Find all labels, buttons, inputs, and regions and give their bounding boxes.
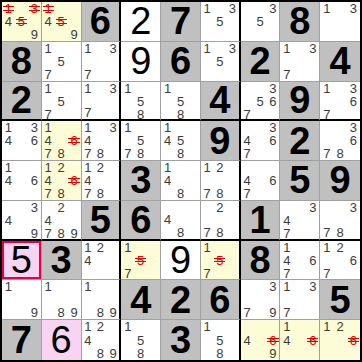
candidate: 7 <box>204 187 211 200</box>
cell-r1c5[interactable]: 7 <box>161 2 201 42</box>
candidate-slot: 8 <box>134 108 147 121</box>
cell-r9c4[interactable]: 158 <box>121 320 161 360</box>
candidate: 1 <box>283 42 290 55</box>
cell-r2c8[interactable]: 137 <box>280 42 320 82</box>
candidate: 9 <box>70 227 77 240</box>
cell-r9c5[interactable]: 3 <box>161 320 201 360</box>
candidate: 3 <box>350 2 357 15</box>
candidate: 3 <box>31 201 38 214</box>
struck-candidate: 6 <box>350 334 357 347</box>
candidate: 1 <box>323 320 330 333</box>
candidate: 4 <box>164 134 171 147</box>
cell-r4c8[interactable]: 2 <box>280 121 320 161</box>
candidate: 4 <box>283 334 290 347</box>
cell-r3c7[interactable]: 3567 <box>241 82 281 122</box>
cell-r5c7[interactable]: 467 <box>241 161 281 201</box>
cell-r8c1[interactable]: 19 <box>2 280 42 320</box>
candidate-slot: 6 <box>28 134 41 147</box>
candidate-slot: 1 <box>82 82 95 95</box>
candidate-slot: 6 <box>68 174 81 187</box>
candidate-slot: 7 <box>82 187 95 200</box>
candidate: 8 <box>97 306 104 319</box>
candidate: 5 <box>256 15 263 28</box>
candidate: 1 <box>283 241 290 254</box>
cell-r3c8[interactable]: 9 <box>280 82 320 122</box>
candidate-slot: 3 <box>28 201 41 214</box>
cell-r5c6[interactable]: 1278 <box>201 161 241 201</box>
candidate-slot: 5 <box>213 334 226 347</box>
candidate-slot: 7 <box>280 306 293 319</box>
candidate: 3 <box>269 2 276 15</box>
candidate-slot: 9 <box>68 306 81 319</box>
cell-r8c4[interactable]: 4 <box>121 280 161 320</box>
candidate: 4 <box>244 334 251 347</box>
candidate-slot: 7 <box>320 108 333 121</box>
cell-r6c7[interactable]: 1 <box>241 201 281 241</box>
candidate-slot: 5 <box>213 15 226 28</box>
cell-r5c3[interactable]: 12478 <box>82 161 122 201</box>
candidate-slot: 8 <box>134 147 147 160</box>
cell-r5c2[interactable]: 124678 <box>42 161 82 201</box>
cell-r1c6[interactable]: 135 <box>201 2 241 42</box>
candidate-slot: 1 <box>201 42 214 55</box>
entered-digit: 9 <box>130 42 151 80</box>
candidate: 3 <box>269 82 276 95</box>
cell-r5c9[interactable]: 9 <box>320 161 360 201</box>
cell-r7c3[interactable]: 124 <box>82 241 122 281</box>
candidate: 7 <box>283 306 290 319</box>
given-digit: 5 <box>289 161 310 199</box>
cell-r5c1[interactable]: 146 <box>2 161 42 201</box>
cell-r1c1[interactable]: 13459 <box>2 2 42 42</box>
cell-r9c6[interactable]: 158 <box>201 320 241 360</box>
candidate-slot: 8 <box>333 226 346 239</box>
cell-r7c4[interactable]: 157 <box>121 241 161 281</box>
candidate: 8 <box>97 147 104 160</box>
given-digit: 1 <box>249 201 270 239</box>
entered-digit: 2 <box>130 2 151 40</box>
candidate-slot: 7 <box>201 187 214 200</box>
cell-r3c1[interactable]: 2 <box>2 82 42 122</box>
candidate-slot: 4 <box>241 174 254 187</box>
cell-r3c5[interactable]: 158 <box>161 82 201 122</box>
candidate-slot: 6 <box>306 334 319 347</box>
candidate-slot: 5 <box>254 15 267 28</box>
candidate-slot: 1 <box>121 320 134 333</box>
cell-r1c8[interactable]: 8 <box>280 2 320 42</box>
candidate-slot: 7 <box>320 226 333 239</box>
candidate-slot: 5 <box>134 334 147 347</box>
candidate: 8 <box>97 347 104 360</box>
cell-r2c6[interactable]: 135 <box>201 42 241 82</box>
candidate: 9 <box>269 347 276 360</box>
candidate: 9 <box>70 28 77 41</box>
candidate: 1 <box>204 161 211 174</box>
candidate-slot: 9 <box>28 227 41 240</box>
candidate-slot: 8 <box>134 347 147 360</box>
candidate: 4 <box>5 15 12 28</box>
given-digit: 6 <box>170 42 191 80</box>
candidate-slot: 5 <box>174 95 187 108</box>
candidate: 1 <box>204 42 211 55</box>
cell-r9c2[interactable]: 6 <box>42 320 82 360</box>
candidate-slot: 5 <box>213 55 226 68</box>
cell-r7c8[interactable]: 1467 <box>280 241 320 281</box>
cell-r7c6[interactable]: 157 <box>201 241 241 281</box>
cell-r4c4[interactable]: 1578 <box>121 121 161 161</box>
cell-r8c8[interactable]: 137 <box>280 280 320 320</box>
given-digit: 6 <box>90 2 111 40</box>
cell-r3c6[interactable]: 4 <box>201 82 241 122</box>
cell-r3c9[interactable]: 1367 <box>320 82 360 122</box>
candidate: 1 <box>45 42 52 55</box>
candidate-slot: 2 <box>94 161 107 174</box>
candidate-slot: 4 <box>2 15 15 28</box>
candidate: 1 <box>164 82 171 95</box>
candidate: 1 <box>45 280 52 293</box>
candidate-slot: 4 <box>161 213 174 226</box>
candidate-slot: 1 <box>320 82 333 95</box>
cell-r9c8[interactable]: 146 <box>280 320 320 360</box>
candidate-slot: 7 <box>241 108 254 121</box>
cell-r1c4[interactable]: 2 <box>121 2 161 42</box>
candidate-slot: 4 <box>280 334 293 347</box>
candidate-slot: 1 <box>82 320 95 333</box>
candidate-slot: 9 <box>28 306 41 319</box>
candidate-slot: 8 <box>55 187 68 200</box>
candidate-slot: 7 <box>201 267 214 280</box>
cell-r4c5[interactable]: 1458 <box>161 121 201 161</box>
candidate-slot: 8 <box>55 306 68 319</box>
cell-r8c3[interactable]: 189 <box>82 280 122 320</box>
candidate: 5 <box>137 95 144 108</box>
candidate: 2 <box>97 320 104 333</box>
candidate-slot: 3 <box>347 201 360 214</box>
cell-r8c6[interactable]: 6 <box>201 280 241 320</box>
candidate: 3 <box>109 82 116 95</box>
candidate-slot: 3 <box>347 2 360 15</box>
candidate-slot: 8 <box>333 147 346 160</box>
cell-r4c7[interactable]: 3467 <box>241 121 281 161</box>
candidate: 9 <box>31 227 38 240</box>
candidate: 1 <box>84 320 91 333</box>
candidate-slot: 1 <box>121 121 134 134</box>
struck-candidate: 6 <box>269 334 276 347</box>
candidate: 2 <box>97 241 104 254</box>
candidate-slot: 3 <box>107 42 120 55</box>
candidate-slot: 6 <box>347 134 360 147</box>
candidate: 9 <box>31 28 38 41</box>
candidate-slot: 8 <box>55 227 68 240</box>
cell-r7c7[interactable]: 8 <box>241 241 281 281</box>
cell-r3c2[interactable]: 157 <box>42 82 82 122</box>
cell-r6c4[interactable]: 6 <box>121 201 161 241</box>
struck-candidate: 5 <box>58 15 65 28</box>
candidate-slot: 8 <box>94 306 107 319</box>
cell-r3c4[interactable]: 158 <box>121 82 161 122</box>
cell-r1c9[interactable]: 13 <box>320 2 360 42</box>
candidate-slot: 7 <box>42 227 55 240</box>
candidate-slot: 8 <box>174 108 187 121</box>
cell-r5c8[interactable]: 5 <box>280 161 320 201</box>
cell-r2c2[interactable]: 157 <box>42 42 82 82</box>
cell-r2c7[interactable]: 2 <box>241 42 281 82</box>
candidate-slot: 2 <box>333 320 346 333</box>
candidate: 3 <box>350 201 357 214</box>
candidate-slot: 6 <box>68 134 81 147</box>
candidate-slot: 5 <box>55 55 68 68</box>
candidate: 1 <box>283 280 290 293</box>
candidate: 1 <box>45 82 52 95</box>
cell-r5c5[interactable]: 148 <box>161 161 201 201</box>
candidate-slot: 2 <box>213 161 226 174</box>
candidate-slot: 3 <box>267 82 280 95</box>
given-digit: 9 <box>330 161 351 199</box>
cell-r7c5[interactable]: 9 <box>161 241 201 281</box>
cell-r6c3[interactable]: 5 <box>82 201 122 241</box>
cell-r9c9[interactable]: 126 <box>320 320 360 360</box>
candidate-slot: 5 <box>213 254 226 267</box>
cell-r1c2[interactable]: 1459 <box>42 2 82 42</box>
candidate-slot: 7 <box>82 147 95 160</box>
cell-r2c3[interactable]: 137 <box>82 42 122 82</box>
candidate-slot: 7 <box>280 267 293 280</box>
candidate: 1 <box>204 320 211 333</box>
candidate: 8 <box>216 226 223 239</box>
cell-r2c9[interactable]: 4 <box>320 42 360 82</box>
candidate-slot: 4 <box>82 334 95 347</box>
cell-r4c6[interactable]: 9 <box>201 121 241 161</box>
candidate-slot: 5 <box>15 15 28 28</box>
candidate: 2 <box>216 201 223 214</box>
candidate-slot: 7 <box>42 68 55 81</box>
candidate: 7 <box>323 226 330 239</box>
given-digit: 2 <box>170 281 191 319</box>
candidate: 1 <box>283 320 290 333</box>
candidate-slot: 1 <box>161 82 174 95</box>
entered-digit: 5 <box>11 241 32 279</box>
cell-r9c7[interactable]: 469 <box>241 320 281 360</box>
cell-r6c1[interactable]: 349 <box>2 201 42 241</box>
candidate: 3 <box>309 201 316 214</box>
cell-r3c3[interactable]: 137 <box>82 82 122 122</box>
candidate-slot: 2 <box>55 201 68 214</box>
candidate-slot: 9 <box>28 28 41 41</box>
given-digit: 7 <box>170 2 191 40</box>
candidate-slot: 7 <box>280 68 293 81</box>
given-digit: 2 <box>289 122 310 160</box>
candidate-slot: 1 <box>320 241 333 254</box>
candidate-slot: 8 <box>94 147 107 160</box>
struck-candidate: 6 <box>70 134 77 147</box>
candidate: 1 <box>84 82 91 95</box>
candidate: 5 <box>177 95 184 108</box>
candidate-slot: 1 <box>42 82 55 95</box>
candidate: 7 <box>84 106 91 119</box>
candidate-slot: 4 <box>82 254 95 267</box>
cell-r5c4[interactable]: 3 <box>121 161 161 201</box>
candidate: 4 <box>84 254 91 267</box>
candidate: 8 <box>216 347 223 360</box>
candidate: 6 <box>31 174 38 187</box>
candidate-slot: 1 <box>121 82 134 95</box>
candidate: 6 <box>350 134 357 147</box>
candidate: 6 <box>350 95 357 108</box>
candidate-slot: 2 <box>94 320 107 333</box>
cell-r6c2[interactable]: 24789 <box>42 201 82 241</box>
candidate-slot: 4 <box>161 174 174 187</box>
candidate: 1 <box>84 42 91 55</box>
cell-r7c1-selected[interactable]: 5 <box>2 241 42 281</box>
candidate-slot: 7 <box>121 147 134 160</box>
candidate-slot: 9 <box>267 347 280 360</box>
candidate-slot: 3 <box>267 280 280 293</box>
candidate: 5 <box>256 95 263 108</box>
candidate-slot: 1 <box>2 280 15 293</box>
candidate: 8 <box>137 147 144 160</box>
candidate-slot: 1 <box>82 241 95 254</box>
candidate-slot: 3 <box>347 82 360 95</box>
cell-r4c1[interactable]: 1346 <box>2 121 42 161</box>
cell-r1c3[interactable]: 6 <box>82 2 122 42</box>
cell-r4c2[interactable]: 14678 <box>42 121 82 161</box>
struck-candidate: 6 <box>70 174 77 187</box>
cell-r6c9[interactable]: 378 <box>320 201 360 241</box>
candidate-slot: 1 <box>280 42 293 55</box>
cell-r7c2[interactable]: 3 <box>42 241 82 281</box>
candidate-slot: 8 <box>94 187 107 200</box>
given-digit: 3 <box>130 161 151 199</box>
candidate-slot: 7 <box>280 227 293 240</box>
candidate: 8 <box>58 227 65 240</box>
candidate: 5 <box>216 55 223 68</box>
cell-r6c8[interactable]: 347 <box>280 201 320 241</box>
candidate: 7 <box>244 306 251 319</box>
candidate: 7 <box>84 68 91 81</box>
candidate-slot: 7 <box>241 187 254 200</box>
candidate: 5 <box>216 334 223 347</box>
candidate-slot: 8 <box>174 226 187 239</box>
cell-r4c3[interactable]: 13478 <box>82 121 122 161</box>
candidate-slot: 6 <box>267 174 280 187</box>
candidate: 3 <box>309 280 316 293</box>
candidate-slot: 7 <box>42 108 55 121</box>
given-digit: 5 <box>330 281 351 319</box>
candidate-slot: 4 <box>280 214 293 227</box>
candidate: 7 <box>244 108 251 121</box>
given-digit: 3 <box>170 321 191 359</box>
cell-r9c3[interactable]: 12489 <box>82 320 122 360</box>
candidate-slot: 1 <box>320 320 333 333</box>
candidate: 7 <box>323 147 330 160</box>
candidate-slot: 2 <box>213 201 226 214</box>
candidate: 1 <box>323 82 330 95</box>
candidate: 7 <box>244 147 251 160</box>
candidate: 7 <box>84 147 91 160</box>
candidate: 2 <box>336 241 343 254</box>
given-digit: 9 <box>289 82 310 120</box>
candidate-slot: 1 <box>201 161 214 174</box>
candidate: 7 <box>283 227 290 240</box>
candidate: 1 <box>323 241 330 254</box>
candidate: 7 <box>45 147 52 160</box>
candidate: 4 <box>283 214 290 227</box>
given-digit: 2 <box>249 42 270 80</box>
given-digit: 3 <box>51 241 72 279</box>
candidate-slot: 3 <box>306 280 319 293</box>
candidate: 5 <box>58 95 65 108</box>
candidate-slot: 5 <box>55 15 68 28</box>
cell-r6c6[interactable]: 278 <box>201 201 241 241</box>
candidate-slot: 7 <box>320 267 333 280</box>
candidate: 9 <box>109 347 116 360</box>
candidate: 8 <box>177 108 184 121</box>
cell-r2c5[interactable]: 6 <box>161 42 201 82</box>
candidate-slot: 1 <box>280 320 293 333</box>
cell-r6c5[interactable]: 48 <box>161 201 201 241</box>
candidate: 1 <box>124 121 131 134</box>
candidate-slot: 8 <box>174 187 187 200</box>
candidate: 1 <box>323 2 330 15</box>
candidate: 4 <box>45 15 52 28</box>
candidate-slot: 3 <box>226 2 239 15</box>
candidate-slot: 6 <box>267 134 280 147</box>
candidate: 3 <box>309 42 316 55</box>
candidate-slot: 3 <box>226 42 239 55</box>
given-digit: 5 <box>90 201 111 239</box>
cell-r1c7[interactable]: 35 <box>241 2 281 42</box>
candidate-slot: 4 <box>2 214 15 227</box>
candidate-slot: 4 <box>42 15 55 28</box>
candidate-slot: 7 <box>241 147 254 160</box>
candidate-slot: 9 <box>267 306 280 319</box>
candidate-slot: 7 <box>201 226 214 239</box>
cell-r8c9[interactable]: 5 <box>320 280 360 320</box>
candidate-slot: 8 <box>94 347 107 360</box>
candidate: 8 <box>137 347 144 360</box>
cell-r8c2[interactable]: 189 <box>42 280 82 320</box>
candidate: 7 <box>84 187 91 200</box>
cell-r8c7[interactable]: 379 <box>241 280 281 320</box>
candidate: 1 <box>204 2 211 15</box>
candidate: 4 <box>45 214 52 227</box>
candidate: 3 <box>269 280 276 293</box>
candidate-slot: 4 <box>2 134 15 147</box>
cell-r8c5[interactable]: 2 <box>161 280 201 320</box>
given-digit: 8 <box>289 2 310 40</box>
candidate: 3 <box>229 42 236 55</box>
cell-r7c9[interactable]: 1267 <box>320 241 360 281</box>
candidate: 7 <box>283 267 290 280</box>
candidate: 3 <box>229 2 236 15</box>
candidate-slot: 9 <box>107 347 120 360</box>
candidate: 7 <box>45 187 52 200</box>
struck-candidate: 6 <box>309 334 316 347</box>
candidate-slot: 6 <box>306 254 319 267</box>
candidate-slot: 6 <box>347 334 360 347</box>
cell-r2c1[interactable]: 8 <box>2 42 42 82</box>
candidate: 8 <box>336 147 343 160</box>
candidate: 7 <box>244 187 251 200</box>
candidate-slot: 9 <box>68 28 81 41</box>
given-digit: 4 <box>130 281 151 319</box>
cell-r4c9[interactable]: 3678 <box>320 121 360 161</box>
candidate-slot: 1 <box>42 280 55 293</box>
candidate: 6 <box>31 134 38 147</box>
cell-r9c1[interactable]: 7 <box>2 320 42 360</box>
candidate: 8 <box>216 187 223 200</box>
cell-r2c4[interactable]: 9 <box>121 42 161 82</box>
